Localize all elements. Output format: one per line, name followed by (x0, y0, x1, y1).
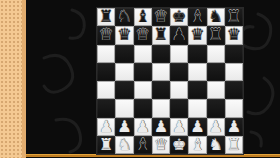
square-d8[interactable]: ♛ (152, 8, 170, 26)
black-bishop[interactable]: ♝ (135, 136, 149, 152)
square-a3[interactable] (97, 99, 115, 117)
square-g1[interactable]: ♞ (207, 136, 225, 154)
square-g8[interactable]: ♞ (207, 8, 225, 26)
square-e6[interactable] (170, 45, 188, 63)
square-f1[interactable]: ♝ (188, 136, 206, 154)
square-h2[interactable]: ♟ (225, 118, 243, 136)
square-f2[interactable]: ♟ (188, 118, 206, 136)
square-f4[interactable] (188, 81, 206, 99)
white-pawn[interactable]: ♟ (172, 118, 186, 134)
black-queen[interactable]: ♛ (190, 27, 204, 43)
app-window: ♜♞♝♛♚♝♞♜♛♛♛♜♟♛♜♛♟♟♟♟♟♟♟♟♜♞♝♛♚♝♞♜ (0, 0, 280, 158)
square-c1[interactable]: ♝ (134, 136, 152, 154)
square-a5[interactable] (97, 63, 115, 81)
square-c3[interactable] (134, 99, 152, 117)
square-d7[interactable]: ♜ (152, 26, 170, 44)
square-e2[interactable]: ♟ (170, 118, 188, 136)
square-g4[interactable] (207, 81, 225, 99)
square-a1[interactable]: ♜ (97, 136, 115, 154)
square-e1[interactable]: ♚ (170, 136, 188, 154)
white-pawn[interactable]: ♟ (117, 118, 131, 134)
square-b8[interactable]: ♞ (115, 8, 133, 26)
black-bishop[interactable]: ♝ (135, 9, 149, 25)
square-a4[interactable] (97, 81, 115, 99)
black-king[interactable]: ♚ (172, 9, 186, 25)
white-knight[interactable]: ♞ (208, 136, 222, 152)
white-pawn[interactable]: ♟ (227, 118, 241, 134)
square-e3[interactable] (170, 99, 188, 117)
square-d4[interactable] (152, 81, 170, 99)
white-rook[interactable]: ♜ (99, 136, 113, 152)
white-knight[interactable]: ♞ (117, 136, 131, 152)
black-queen[interactable]: ♛ (227, 27, 241, 43)
black-queen[interactable]: ♛ (135, 27, 149, 43)
left-panel (0, 0, 26, 158)
white-bishop[interactable]: ♝ (190, 136, 204, 152)
square-g3[interactable] (207, 99, 225, 117)
square-g5[interactable] (207, 63, 225, 81)
square-b5[interactable] (115, 63, 133, 81)
square-d6[interactable] (152, 45, 170, 63)
square-h6[interactable] (225, 45, 243, 63)
white-rook[interactable]: ♜ (227, 136, 241, 152)
square-b6[interactable] (115, 45, 133, 63)
square-g2[interactable]: ♟ (207, 118, 225, 136)
black-queen[interactable]: ♛ (99, 27, 113, 43)
square-d2[interactable]: ♟ (152, 118, 170, 136)
square-b7[interactable]: ♛ (115, 26, 133, 44)
square-f3[interactable] (188, 99, 206, 117)
square-h5[interactable] (225, 63, 243, 81)
square-f5[interactable] (188, 63, 206, 81)
black-knight[interactable]: ♞ (208, 9, 222, 25)
square-e5[interactable] (170, 63, 188, 81)
square-c7[interactable]: ♛ (134, 26, 152, 44)
white-king[interactable]: ♚ (172, 136, 186, 152)
white-pawn[interactable]: ♟ (190, 118, 204, 134)
square-f7[interactable]: ♛ (188, 26, 206, 44)
black-rook[interactable]: ♜ (99, 9, 113, 25)
white-pawn[interactable]: ♟ (208, 118, 222, 134)
square-e8[interactable]: ♚ (170, 8, 188, 26)
square-c8[interactable]: ♝ (134, 8, 152, 26)
square-d5[interactable] (152, 63, 170, 81)
square-f8[interactable]: ♝ (188, 8, 206, 26)
chess-board: ♜♞♝♛♚♝♞♜♛♛♛♜♟♛♜♛♟♟♟♟♟♟♟♟♜♞♝♛♚♝♞♜ (96, 7, 244, 155)
black-rook[interactable]: ♜ (227, 9, 241, 25)
square-c5[interactable] (134, 63, 152, 81)
square-e4[interactable] (170, 81, 188, 99)
square-b2[interactable]: ♟ (115, 118, 133, 136)
square-e7[interactable]: ♟ (170, 26, 188, 44)
black-bishop[interactable]: ♝ (190, 9, 204, 25)
white-pawn[interactable]: ♟ (154, 118, 168, 134)
black-rook[interactable]: ♜ (208, 27, 222, 43)
square-h7[interactable]: ♛ (225, 26, 243, 44)
square-a6[interactable] (97, 45, 115, 63)
square-h8[interactable]: ♜ (225, 8, 243, 26)
black-pawn[interactable]: ♟ (172, 27, 186, 43)
square-b1[interactable]: ♞ (115, 136, 133, 154)
square-h4[interactable] (225, 81, 243, 99)
square-b3[interactable] (115, 99, 133, 117)
black-queen[interactable]: ♛ (154, 9, 168, 25)
square-a2[interactable]: ♟ (97, 118, 115, 136)
square-c2[interactable]: ♟ (134, 118, 152, 136)
square-b4[interactable] (115, 81, 133, 99)
square-c4[interactable] (134, 81, 152, 99)
square-g6[interactable] (207, 45, 225, 63)
black-rook[interactable]: ♜ (154, 27, 168, 43)
white-pawn[interactable]: ♟ (99, 118, 113, 134)
square-d3[interactable] (152, 99, 170, 117)
square-d1[interactable]: ♛ (152, 136, 170, 154)
square-g7[interactable]: ♜ (207, 26, 225, 44)
square-a8[interactable]: ♜ (97, 8, 115, 26)
square-h1[interactable]: ♜ (225, 136, 243, 154)
square-c6[interactable] (134, 45, 152, 63)
square-h3[interactable] (225, 99, 243, 117)
white-pawn[interactable]: ♟ (135, 118, 149, 134)
white-queen[interactable]: ♛ (154, 136, 168, 152)
square-a7[interactable]: ♛ (97, 26, 115, 44)
black-knight[interactable]: ♞ (117, 9, 131, 25)
square-f6[interactable] (188, 45, 206, 63)
black-queen[interactable]: ♛ (117, 27, 131, 43)
